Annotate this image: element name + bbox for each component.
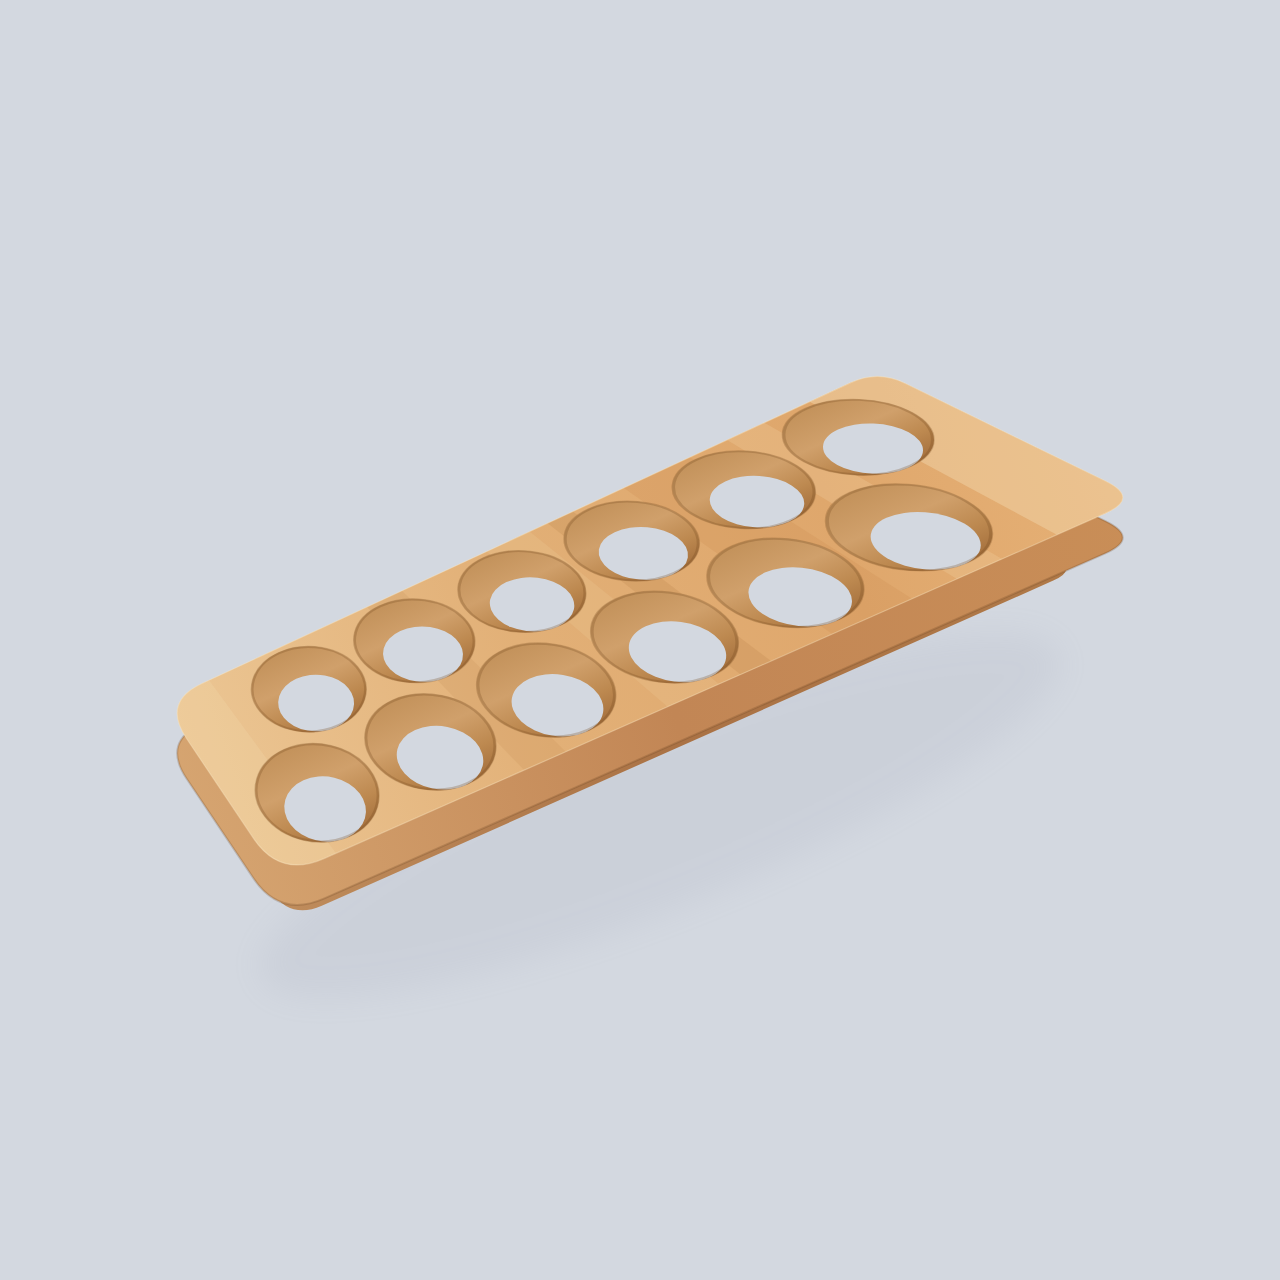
product-photo-wooden-pit-tray bbox=[0, 0, 1280, 1280]
tray-scene bbox=[0, 0, 1280, 1280]
